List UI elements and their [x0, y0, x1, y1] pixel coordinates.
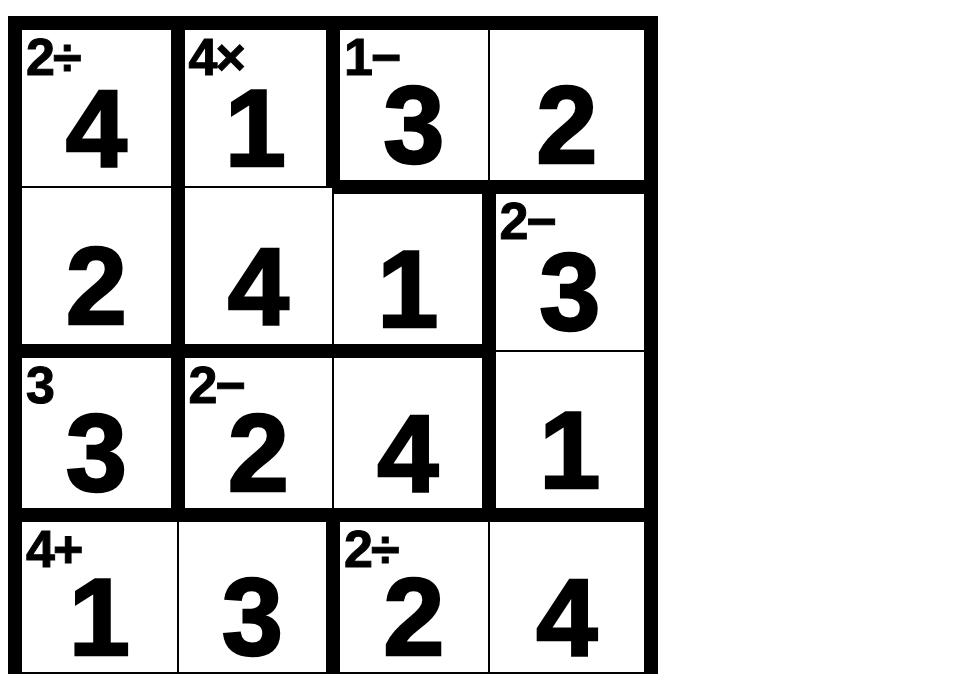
- cell-value: 4: [536, 522, 597, 672]
- cage-clue: 2−: [500, 194, 555, 249]
- cell-r2c1[interactable]: 2: [22, 187, 178, 351]
- cell-r1c1[interactable]: 2÷4: [22, 30, 178, 187]
- cell-value: 2: [536, 30, 597, 180]
- cell-r4c2[interactable]: 3: [178, 515, 334, 672]
- cage-clue: 2÷: [26, 30, 79, 85]
- cell-r3c1[interactable]: 33: [22, 351, 178, 515]
- cell-value: 1: [377, 194, 438, 344]
- cell-value: 3: [222, 522, 283, 672]
- cell-r2c3[interactable]: 1: [333, 187, 489, 351]
- cell-r1c4[interactable]: 2: [489, 30, 645, 187]
- cell-value: 4: [377, 358, 438, 508]
- cell-r2c4[interactable]: 2−3: [489, 187, 645, 351]
- cell-r3c2[interactable]: 2−2: [178, 351, 334, 515]
- cell-value: 2: [66, 191, 127, 341]
- cell-r4c1[interactable]: 4+1: [22, 515, 178, 672]
- cell-r4c4[interactable]: 4: [489, 515, 645, 672]
- cage-clue: 2−: [189, 358, 244, 413]
- cell-value: 1: [539, 355, 600, 505]
- cell-r2c2[interactable]: 4: [178, 187, 334, 351]
- cell-value: 4: [228, 191, 289, 341]
- kenken-board: 2÷44×11−322412−3332−2414+132÷24: [8, 16, 658, 674]
- cell-r1c3[interactable]: 1−3: [333, 30, 489, 187]
- cell-value: 3: [66, 358, 127, 508]
- cage-clue: 3: [26, 358, 53, 413]
- cage-clue: 4×: [189, 30, 244, 85]
- cage-clue: 4+: [26, 522, 81, 577]
- cell-r3c3[interactable]: 4: [333, 351, 489, 515]
- cage-clue: 1−: [344, 30, 399, 85]
- cell-r4c3[interactable]: 2÷2: [333, 515, 489, 672]
- cage-clue: 2÷: [344, 522, 397, 577]
- cell-r1c2[interactable]: 4×1: [178, 30, 334, 187]
- cell-r3c4[interactable]: 1: [489, 351, 645, 515]
